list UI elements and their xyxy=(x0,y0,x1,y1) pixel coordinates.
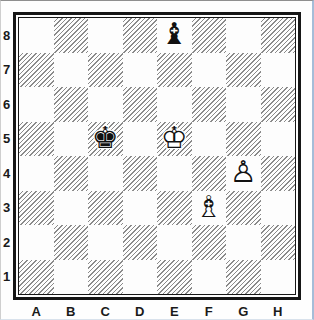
square-g6 xyxy=(226,87,261,122)
square-c2 xyxy=(88,225,123,260)
square-b1 xyxy=(54,260,89,295)
square-g3 xyxy=(226,191,261,226)
square-h5 xyxy=(261,122,296,157)
square-f7 xyxy=(192,53,227,88)
board-inner-border: ♝♝♚♚♚♔♟♙♝♗ xyxy=(18,17,296,295)
square-g8 xyxy=(226,18,261,53)
file-label-d: D xyxy=(123,303,158,319)
square-c7 xyxy=(88,53,123,88)
square-c1 xyxy=(88,260,123,295)
square-a3 xyxy=(19,191,54,226)
piece-glyph: ♚ xyxy=(88,121,123,156)
piece-glyph: ♗ xyxy=(192,190,227,225)
square-b5 xyxy=(54,122,89,157)
square-a1 xyxy=(19,260,54,295)
square-c8 xyxy=(88,18,123,53)
square-g2 xyxy=(226,225,261,260)
piece-glyph: ♝ xyxy=(157,17,192,52)
square-g1 xyxy=(226,260,261,295)
chess-board: ♝♝♚♚♚♔♟♙♝♗ xyxy=(19,18,295,294)
square-d2 xyxy=(123,225,158,260)
square-f8 xyxy=(192,18,227,53)
square-d7 xyxy=(123,53,158,88)
piece-glyph: ♔ xyxy=(157,121,192,156)
square-a6 xyxy=(19,87,54,122)
piece-black-king: ♚♚ xyxy=(88,122,123,157)
file-label-a: A xyxy=(19,303,54,319)
square-d1 xyxy=(123,260,158,295)
square-d8 xyxy=(123,18,158,53)
square-h1 xyxy=(261,260,296,295)
square-e5: ♚♔ xyxy=(157,122,192,157)
square-e2 xyxy=(157,225,192,260)
square-c5: ♚♚ xyxy=(88,122,123,157)
square-f2 xyxy=(192,225,227,260)
square-h8 xyxy=(261,18,296,53)
piece-white-bishop: ♝♗ xyxy=(192,191,227,226)
chess-diagram: 8 7 6 5 4 3 2 1 ♝♝♚♚♚♔♟♙♝♗ A B C D E F G… xyxy=(0,0,314,320)
square-f1 xyxy=(192,260,227,295)
file-labels: A B C D E F G H xyxy=(19,303,295,319)
square-f3: ♝♗ xyxy=(192,191,227,226)
board-frame: ♝♝♚♚♚♔♟♙♝♗ xyxy=(13,12,301,300)
square-c6 xyxy=(88,87,123,122)
square-a7 xyxy=(19,53,54,88)
square-d5 xyxy=(123,122,158,157)
file-label-c: C xyxy=(88,303,123,319)
square-e6 xyxy=(157,87,192,122)
square-h3 xyxy=(261,191,296,226)
file-label-h: H xyxy=(261,303,296,319)
square-a8 xyxy=(19,18,54,53)
square-h4 xyxy=(261,156,296,191)
square-e4 xyxy=(157,156,192,191)
square-a4 xyxy=(19,156,54,191)
square-e7 xyxy=(157,53,192,88)
square-f4 xyxy=(192,156,227,191)
square-h6 xyxy=(261,87,296,122)
square-b7 xyxy=(54,53,89,88)
square-g7 xyxy=(226,53,261,88)
square-a2 xyxy=(19,225,54,260)
file-label-e: E xyxy=(157,303,192,319)
square-b2 xyxy=(54,225,89,260)
square-a5 xyxy=(19,122,54,157)
square-d6 xyxy=(123,87,158,122)
piece-glyph: ♙ xyxy=(226,155,261,190)
square-f6 xyxy=(192,87,227,122)
piece-black-bishop: ♝♝ xyxy=(157,18,192,53)
square-e8: ♝♝ xyxy=(157,18,192,53)
square-b8 xyxy=(54,18,89,53)
square-h7 xyxy=(261,53,296,88)
file-label-g: G xyxy=(226,303,261,319)
square-b4 xyxy=(54,156,89,191)
piece-white-king: ♚♔ xyxy=(157,122,192,157)
file-label-b: B xyxy=(54,303,89,319)
square-c3 xyxy=(88,191,123,226)
square-c4 xyxy=(88,156,123,191)
square-g4: ♟♙ xyxy=(226,156,261,191)
square-g5 xyxy=(226,122,261,157)
square-f5 xyxy=(192,122,227,157)
file-label-f: F xyxy=(192,303,227,319)
square-d3 xyxy=(123,191,158,226)
square-h2 xyxy=(261,225,296,260)
square-d4 xyxy=(123,156,158,191)
piece-white-pawn: ♟♙ xyxy=(226,156,261,191)
square-b6 xyxy=(54,87,89,122)
square-e3 xyxy=(157,191,192,226)
square-e1 xyxy=(157,260,192,295)
square-b3 xyxy=(54,191,89,226)
